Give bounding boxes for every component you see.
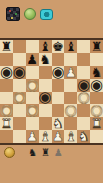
square-e7[interactable]: [52, 53, 65, 66]
square-c7[interactable]: ♟: [26, 53, 39, 66]
square-d5[interactable]: [39, 79, 52, 92]
black-bishop: ♝: [39, 40, 51, 52]
black-king: ♚: [52, 40, 64, 52]
white-checker: ◉: [26, 104, 39, 117]
square-c8[interactable]: [26, 40, 39, 53]
black-knight: ♞: [39, 53, 51, 65]
square-h2[interactable]: ♜: [90, 117, 103, 130]
top-toolbar: [6, 7, 53, 21]
square-a4[interactable]: [0, 92, 13, 105]
white-checker: ◉: [13, 92, 26, 105]
square-a5[interactable]: [0, 79, 13, 92]
square-d1[interactable]: ♝: [39, 130, 52, 143]
square-b6[interactable]: ◉: [13, 66, 26, 79]
white-pawn: ♟: [52, 130, 64, 142]
square-e3[interactable]: [52, 104, 65, 117]
square-e5[interactable]: [52, 79, 65, 92]
square-g6[interactable]: [77, 66, 90, 79]
white-knight: ♞: [52, 117, 64, 129]
square-d3[interactable]: [39, 104, 52, 117]
square-d4[interactable]: ◉: [39, 92, 52, 105]
black-bishop: ♝: [65, 40, 77, 52]
white-knight: ♞: [78, 130, 90, 142]
black-checker: ◉: [77, 79, 90, 92]
square-f1[interactable]: ♝: [64, 130, 77, 143]
square-g1[interactable]: ♞: [77, 130, 90, 143]
square-e8[interactable]: ♚: [52, 40, 65, 53]
mini-gray-pawn-icon[interactable]: ♟: [54, 147, 63, 158]
square-f5[interactable]: [64, 79, 77, 92]
square-h7[interactable]: [90, 53, 103, 66]
square-g5[interactable]: ◉: [77, 79, 90, 92]
white-checker: ◉: [77, 92, 90, 105]
square-b3[interactable]: [13, 104, 26, 117]
square-h6[interactable]: ♞: [90, 66, 103, 79]
square-b7[interactable]: [13, 53, 26, 66]
square-c2[interactable]: [26, 117, 39, 130]
black-rook: ♜: [91, 40, 103, 52]
square-h5[interactable]: ◉: [90, 79, 103, 92]
square-b2[interactable]: [13, 117, 26, 130]
black-checker: ◉: [90, 79, 103, 92]
square-d7[interactable]: ♞: [39, 53, 52, 66]
white-checker: ◉: [0, 104, 13, 117]
square-f2[interactable]: [64, 117, 77, 130]
square-d6[interactable]: [39, 66, 52, 79]
square-f6[interactable]: ♟: [64, 66, 77, 79]
square-h4[interactable]: [90, 92, 103, 105]
white-checker: ◉: [64, 104, 77, 117]
square-g3[interactable]: [77, 104, 90, 117]
square-e6[interactable]: ◉: [52, 66, 65, 79]
square-c4[interactable]: [26, 92, 39, 105]
square-d8[interactable]: ♝: [39, 40, 52, 53]
white-checker: ◉: [26, 79, 39, 92]
square-h8[interactable]: ♜: [90, 40, 103, 53]
square-a6[interactable]: ◉: [0, 66, 13, 79]
square-a2[interactable]: ♜: [0, 117, 13, 130]
square-f7[interactable]: [64, 53, 77, 66]
square-h3[interactable]: ◉: [90, 104, 103, 117]
green-ball-icon[interactable]: [24, 8, 36, 20]
square-c5[interactable]: ◉: [26, 79, 39, 92]
square-a3[interactable]: ◉: [0, 104, 13, 117]
square-c1[interactable]: ♟: [26, 130, 39, 143]
square-g4[interactable]: ◉: [77, 92, 90, 105]
mini-board-icon[interactable]: [6, 7, 20, 21]
white-rook: ♜: [91, 117, 103, 129]
white-checker: ◉: [90, 104, 103, 117]
board-frame: ♜♝♚♝♜♟♞◉◉◉♟♞◉◉◉◉◉◉◉◉◉◉♜♞♜♟♝♟♝♞: [0, 38, 103, 145]
square-f4[interactable]: [64, 92, 77, 105]
square-b1[interactable]: [13, 130, 26, 143]
square-f8[interactable]: ♝: [64, 40, 77, 53]
black-rook: ♜: [1, 40, 13, 52]
teal-tile-icon[interactable]: [40, 9, 53, 20]
square-e2[interactable]: ♞: [52, 117, 65, 130]
black-checker: ◉: [52, 66, 65, 79]
square-g8[interactable]: [77, 40, 90, 53]
black-checker: ◉: [39, 92, 52, 105]
mini-piece-icons: ♞ ♜ ♟: [28, 147, 63, 158]
square-f3[interactable]: ◉: [64, 104, 77, 117]
black-checker: ◉: [0, 66, 13, 79]
board: ♜♝♚♝♜♟♞◉◉◉♟♞◉◉◉◉◉◉◉◉◉◉♜♞♜♟♝♟♝♞: [0, 40, 103, 143]
white-pawn: ♟: [65, 66, 77, 78]
white-bishop: ♝: [65, 130, 77, 142]
black-pawn: ♟: [26, 53, 38, 65]
square-b5[interactable]: [13, 79, 26, 92]
square-c6[interactable]: [26, 66, 39, 79]
square-e1[interactable]: ♟: [52, 130, 65, 143]
square-d2[interactable]: [39, 117, 52, 130]
square-b8[interactable]: [13, 40, 26, 53]
yellow-ball-icon[interactable]: [4, 147, 15, 158]
black-knight: ♞: [91, 66, 103, 78]
square-a8[interactable]: ♜: [0, 40, 13, 53]
square-c3[interactable]: ◉: [26, 104, 39, 117]
square-a1[interactable]: [0, 130, 13, 143]
mini-black-knight-icon[interactable]: ♞: [28, 147, 37, 158]
black-checker: ◉: [13, 66, 26, 79]
white-pawn: ♟: [26, 130, 38, 142]
square-b4[interactable]: ◉: [13, 92, 26, 105]
square-g7[interactable]: [77, 53, 90, 66]
bottom-toolbar: ♞ ♜ ♟: [4, 147, 63, 158]
square-e4[interactable]: [52, 92, 65, 105]
white-rook: ♜: [1, 117, 13, 129]
mini-black-rook-icon[interactable]: ♜: [41, 147, 50, 158]
square-a7[interactable]: [0, 53, 13, 66]
square-g2[interactable]: [77, 117, 90, 130]
square-h1[interactable]: [90, 130, 103, 143]
white-bishop: ♝: [39, 130, 51, 142]
